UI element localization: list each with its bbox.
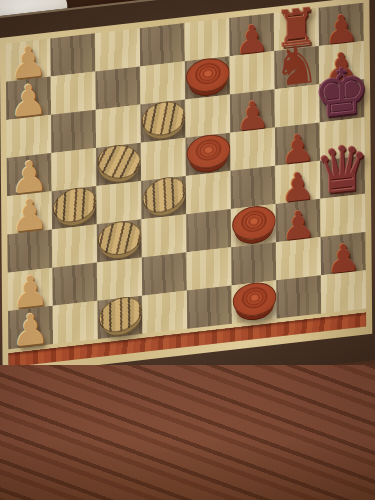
- square-f4[interactable]: [231, 166, 276, 209]
- square-d6[interactable]: [141, 100, 186, 143]
- red-checker[interactable]: [186, 133, 230, 171]
- square-f3[interactable]: [231, 204, 276, 247]
- table-grain-bottom: [0, 365, 375, 500]
- square-b7[interactable]: [51, 71, 96, 114]
- square-f8[interactable]: ♟: [229, 13, 274, 56]
- square-d3[interactable]: [142, 214, 187, 257]
- square-b6[interactable]: [51, 110, 96, 153]
- square-b3[interactable]: [52, 224, 97, 267]
- square-h3[interactable]: [320, 194, 365, 237]
- chessboard-frame: ♟♟♜♟♟♞♟♟♚♟♟♟♟♛♟♟♟♟: [0, 0, 375, 404]
- square-d2[interactable]: [142, 252, 187, 295]
- square-e8[interactable]: [185, 18, 230, 61]
- square-h1[interactable]: [321, 270, 366, 313]
- square-f5[interactable]: [230, 128, 275, 171]
- square-c2[interactable]: [97, 257, 142, 300]
- zebra-wood-checker[interactable]: [94, 143, 144, 181]
- zebra-wood-checker[interactable]: [97, 219, 142, 258]
- square-d1[interactable]: [142, 291, 187, 334]
- square-e3[interactable]: [186, 209, 231, 252]
- red-checker[interactable]: [231, 204, 275, 242]
- square-g2[interactable]: [276, 237, 321, 280]
- square-f7[interactable]: [230, 51, 275, 94]
- square-c4[interactable]: [96, 181, 141, 224]
- square-g4[interactable]: ♟: [275, 161, 320, 204]
- square-d8[interactable]: [140, 23, 185, 66]
- red-checker[interactable]: [185, 56, 229, 94]
- square-b4[interactable]: [52, 186, 97, 229]
- square-h4[interactable]: ♛: [320, 156, 365, 199]
- square-g1[interactable]: [276, 275, 321, 318]
- maple-border: ♟♟♜♟♟♞♟♟♚♟♟♟♟♛♟♟♟♟: [0, 0, 372, 376]
- square-g3[interactable]: ♟: [276, 199, 321, 242]
- square-b2[interactable]: [52, 263, 97, 306]
- square-d5[interactable]: [141, 138, 186, 181]
- square-e2[interactable]: [187, 247, 232, 290]
- square-c7[interactable]: [95, 66, 140, 109]
- square-f6[interactable]: ♟: [230, 89, 275, 132]
- light-wood-pawn[interactable]: ♟: [12, 307, 50, 353]
- square-e1[interactable]: [187, 285, 232, 328]
- square-g5[interactable]: ♟: [275, 122, 320, 165]
- square-h8[interactable]: ♟: [319, 3, 364, 46]
- square-e5[interactable]: [186, 133, 231, 176]
- square-f1[interactable]: [232, 280, 277, 323]
- square-h6[interactable]: ♚: [319, 79, 364, 122]
- square-d7[interactable]: [140, 61, 185, 104]
- square-c1[interactable]: [97, 296, 142, 339]
- square-b5[interactable]: [51, 148, 96, 191]
- square-c3[interactable]: [97, 219, 142, 262]
- square-d4[interactable]: [141, 176, 186, 219]
- square-c6[interactable]: [96, 105, 141, 148]
- square-e4[interactable]: [186, 171, 231, 214]
- square-c8[interactable]: [95, 28, 140, 71]
- square-e7[interactable]: [185, 56, 230, 99]
- square-h2[interactable]: ♟: [321, 232, 366, 275]
- square-b1[interactable]: [53, 301, 98, 344]
- square-a7[interactable]: ♟: [6, 77, 51, 120]
- zebra-wood-checker[interactable]: [140, 98, 186, 138]
- red-checker[interactable]: [232, 280, 276, 318]
- square-f2[interactable]: [231, 242, 276, 285]
- square-e6[interactable]: [185, 94, 230, 137]
- chessboard[interactable]: ♟♟♜♟♟♞♟♟♚♟♟♟♟♛♟♟♟♟: [6, 3, 366, 349]
- square-b8[interactable]: [50, 33, 95, 76]
- square-c5[interactable]: [96, 143, 141, 186]
- square-a4[interactable]: ♟: [7, 191, 52, 234]
- square-a1[interactable]: ♟: [8, 306, 53, 349]
